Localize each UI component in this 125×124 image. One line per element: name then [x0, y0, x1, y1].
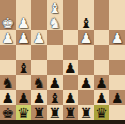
piece-black-rook[interactable]: ♜: [33, 105, 46, 119]
piece-white-pawn[interactable]: ♟: [80, 30, 93, 44]
square-d2[interactable]: ♝: [47, 90, 63, 105]
square-g8[interactable]: [94, 0, 110, 15]
square-c2[interactable]: ♟: [31, 90, 47, 105]
piece-black-king[interactable]: ♚: [2, 105, 15, 119]
square-a3[interactable]: ♞: [0, 75, 16, 90]
square-h3[interactable]: [109, 75, 125, 90]
square-g1[interactable]: ♛: [94, 105, 110, 120]
piece-black-knight[interactable]: ♞: [33, 75, 46, 89]
square-b4[interactable]: ♝: [16, 60, 32, 75]
piece-white-knight[interactable]: ♞: [48, 15, 61, 29]
square-g6[interactable]: [94, 30, 110, 45]
square-b5[interactable]: [16, 45, 32, 60]
square-a6[interactable]: ♟: [0, 30, 16, 45]
square-b6[interactable]: ♟: [16, 30, 32, 45]
square-e7[interactable]: [63, 15, 79, 30]
square-a4[interactable]: [0, 60, 16, 75]
piece-black-rook[interactable]: ♜: [48, 105, 61, 119]
square-f2[interactable]: [78, 90, 94, 105]
square-c5[interactable]: [31, 45, 47, 60]
square-f3[interactable]: ♟: [78, 75, 94, 90]
square-g5[interactable]: [94, 45, 110, 60]
square-d8[interactable]: ♝: [47, 0, 63, 15]
square-b7[interactable]: ♟: [16, 15, 32, 30]
square-e2[interactable]: ♟: [63, 90, 79, 105]
square-a8[interactable]: [0, 0, 16, 15]
square-e4[interactable]: ♟: [63, 60, 79, 75]
square-e1[interactable]: ♜: [63, 105, 79, 120]
square-d1[interactable]: ♜: [47, 105, 63, 120]
square-c6[interactable]: ♟: [31, 30, 47, 45]
piece-white-pawn[interactable]: ♟: [33, 30, 46, 44]
piece-white-pawn[interactable]: ♟: [17, 15, 30, 29]
square-f1[interactable]: ♜: [78, 105, 94, 120]
piece-black-pawn[interactable]: ♟: [80, 75, 93, 89]
square-f6[interactable]: ♟: [78, 30, 94, 45]
square-f7[interactable]: ♝: [78, 15, 94, 30]
square-b3[interactable]: [16, 75, 32, 90]
square-d7[interactable]: ♞: [47, 15, 63, 30]
piece-black-pawn[interactable]: ♟: [111, 90, 124, 104]
square-g4[interactable]: [94, 60, 110, 75]
square-a5[interactable]: [0, 45, 16, 60]
piece-black-bishop[interactable]: ♝: [17, 60, 30, 74]
square-d4[interactable]: [47, 60, 63, 75]
chess-app: ♝♚♟♞♝♟♟♟♟♟♝♟♞♞♟♟♟♟♟♟♝♟♟♟♚♛♜♜♜♜♛: [0, 0, 125, 124]
square-d3[interactable]: ♟: [47, 75, 63, 90]
square-h7[interactable]: [109, 15, 125, 30]
square-f5[interactable]: [78, 45, 94, 60]
square-e5[interactable]: [63, 45, 79, 60]
piece-white-king[interactable]: ♚: [2, 15, 15, 29]
piece-black-pawn[interactable]: ♟: [33, 90, 46, 104]
square-b8[interactable]: [16, 0, 32, 15]
piece-white-pawn[interactable]: ♟: [17, 30, 30, 44]
piece-black-pawn[interactable]: ♟: [95, 75, 108, 89]
piece-black-rook[interactable]: ♜: [64, 105, 77, 119]
piece-black-queen[interactable]: ♛: [95, 105, 108, 119]
square-f8[interactable]: [78, 0, 94, 15]
square-h2[interactable]: ♟: [109, 90, 125, 105]
square-f4[interactable]: [78, 60, 94, 75]
square-c3[interactable]: ♞: [31, 75, 47, 90]
square-b2[interactable]: ♟: [16, 90, 32, 105]
chess-board[interactable]: ♝♚♟♞♝♟♟♟♟♟♝♟♞♞♟♟♟♟♟♟♝♟♟♟♚♛♜♜♜♜♛: [0, 0, 125, 120]
square-g3[interactable]: ♟: [94, 75, 110, 90]
square-c7[interactable]: [31, 15, 47, 30]
square-c4[interactable]: [31, 60, 47, 75]
square-d5[interactable]: [47, 45, 63, 60]
piece-white-bishop[interactable]: ♝: [48, 0, 61, 14]
square-h6[interactable]: ♟: [109, 30, 125, 45]
square-d6[interactable]: [47, 30, 63, 45]
square-e8[interactable]: [63, 0, 79, 15]
square-a1[interactable]: ♚: [0, 105, 16, 120]
piece-black-pawn[interactable]: ♟: [48, 75, 61, 89]
square-g7[interactable]: [94, 15, 110, 30]
piece-black-bishop[interactable]: ♝: [80, 15, 93, 29]
square-g2[interactable]: ♟: [94, 90, 110, 105]
piece-white-pawn[interactable]: ♟: [111, 30, 124, 44]
square-h8[interactable]: [109, 0, 125, 15]
board-bottom-border: [0, 120, 125, 124]
square-c8[interactable]: [31, 0, 47, 15]
piece-black-pawn[interactable]: ♟: [95, 90, 108, 104]
piece-black-rook[interactable]: ♜: [80, 105, 93, 119]
square-e3[interactable]: [63, 75, 79, 90]
piece-black-pawn[interactable]: ♟: [64, 60, 77, 74]
square-a2[interactable]: ♟: [0, 90, 16, 105]
piece-black-pawn[interactable]: ♟: [64, 90, 77, 104]
square-b1[interactable]: ♛: [16, 105, 32, 120]
piece-black-pawn[interactable]: ♟: [17, 90, 30, 104]
piece-white-pawn[interactable]: ♟: [2, 30, 15, 44]
piece-black-knight[interactable]: ♞: [2, 75, 15, 89]
square-a7[interactable]: ♚: [0, 15, 16, 30]
piece-black-bishop[interactable]: ♝: [48, 90, 61, 104]
square-e6[interactable]: [63, 30, 79, 45]
piece-black-queen[interactable]: ♛: [17, 105, 30, 119]
square-h5[interactable]: [109, 45, 125, 60]
square-c1[interactable]: ♜: [31, 105, 47, 120]
square-h1[interactable]: [109, 105, 125, 120]
square-h4[interactable]: [109, 60, 125, 75]
piece-black-pawn[interactable]: ♟: [2, 90, 15, 104]
